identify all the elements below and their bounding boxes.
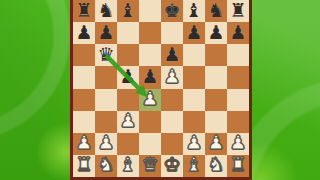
piece-black-knight: ♞ bbox=[97, 1, 114, 20]
piece-black-bishop: ♝ bbox=[185, 1, 202, 20]
square-b7[interactable]: ♟ bbox=[95, 22, 117, 44]
piece-black-pawn: ♟ bbox=[97, 23, 114, 42]
thumbnail-background: ♜♞♝♚♝♞♜♟♟♟♟♟♛♟♟♟♟♟♟♟♟♟♟♟♜♞♝♛♚♝♞♜ bbox=[0, 0, 320, 180]
square-b6[interactable]: ♛ bbox=[95, 44, 117, 66]
square-f4[interactable] bbox=[183, 89, 205, 111]
square-d8[interactable] bbox=[139, 0, 161, 22]
square-g8[interactable]: ♞ bbox=[205, 0, 227, 22]
square-a8[interactable]: ♜ bbox=[73, 0, 95, 22]
square-b5[interactable] bbox=[95, 66, 117, 88]
square-c6[interactable] bbox=[117, 44, 139, 66]
square-f1[interactable]: ♝ bbox=[183, 155, 205, 177]
piece-white-queen: ♛ bbox=[141, 155, 158, 174]
square-b2[interactable]: ♟ bbox=[95, 133, 117, 155]
square-e2[interactable] bbox=[161, 133, 183, 155]
piece-white-bishop: ♝ bbox=[185, 155, 202, 174]
square-g5[interactable] bbox=[205, 66, 227, 88]
square-f5[interactable] bbox=[183, 66, 205, 88]
piece-white-knight: ♞ bbox=[97, 155, 114, 174]
square-c3[interactable]: ♟ bbox=[117, 111, 139, 133]
piece-black-pawn: ♟ bbox=[141, 67, 158, 86]
square-c2[interactable] bbox=[117, 133, 139, 155]
square-b1[interactable]: ♞ bbox=[95, 155, 117, 177]
piece-black-pawn: ♟ bbox=[185, 23, 202, 42]
square-b8[interactable]: ♞ bbox=[95, 0, 117, 22]
piece-black-rook: ♜ bbox=[75, 1, 92, 20]
square-d2[interactable] bbox=[139, 133, 161, 155]
square-f8[interactable]: ♝ bbox=[183, 0, 205, 22]
piece-white-pawn: ♟ bbox=[163, 67, 180, 86]
square-e1[interactable]: ♚ bbox=[161, 155, 183, 177]
piece-white-rook: ♜ bbox=[75, 155, 92, 174]
square-d6[interactable] bbox=[139, 44, 161, 66]
piece-white-rook: ♜ bbox=[229, 155, 246, 174]
piece-white-pawn: ♟ bbox=[185, 133, 202, 152]
square-b4[interactable] bbox=[95, 89, 117, 111]
chess-board: ♜♞♝♚♝♞♜♟♟♟♟♟♛♟♟♟♟♟♟♟♟♟♟♟♜♞♝♛♚♝♞♜ bbox=[70, 0, 252, 180]
square-d4[interactable]: ♟ bbox=[139, 89, 161, 111]
square-e8[interactable]: ♚ bbox=[161, 0, 183, 22]
square-g1[interactable]: ♞ bbox=[205, 155, 227, 177]
square-h2[interactable]: ♟ bbox=[227, 133, 249, 155]
square-g4[interactable] bbox=[205, 89, 227, 111]
square-e6[interactable]: ♟ bbox=[161, 44, 183, 66]
square-g7[interactable]: ♟ bbox=[205, 22, 227, 44]
square-c4[interactable] bbox=[117, 89, 139, 111]
square-d5[interactable]: ♟ bbox=[139, 66, 161, 88]
square-e7[interactable] bbox=[161, 22, 183, 44]
piece-white-bishop: ♝ bbox=[119, 155, 136, 174]
piece-white-pawn: ♟ bbox=[207, 133, 224, 152]
square-d1[interactable]: ♛ bbox=[139, 155, 161, 177]
square-e4[interactable] bbox=[161, 89, 183, 111]
square-e3[interactable] bbox=[161, 111, 183, 133]
square-d3[interactable] bbox=[139, 111, 161, 133]
square-c7[interactable] bbox=[117, 22, 139, 44]
piece-black-queen: ♛ bbox=[97, 45, 114, 64]
piece-white-pawn: ♟ bbox=[75, 133, 92, 152]
piece-white-pawn: ♟ bbox=[141, 89, 158, 108]
piece-white-pawn: ♟ bbox=[97, 133, 114, 152]
piece-black-pawn: ♟ bbox=[207, 23, 224, 42]
square-a6[interactable] bbox=[73, 44, 95, 66]
square-a4[interactable] bbox=[73, 89, 95, 111]
square-h4[interactable] bbox=[227, 89, 249, 111]
square-h5[interactable] bbox=[227, 66, 249, 88]
square-a2[interactable]: ♟ bbox=[73, 133, 95, 155]
piece-white-pawn: ♟ bbox=[119, 111, 136, 130]
piece-black-king: ♚ bbox=[163, 1, 180, 20]
square-f3[interactable] bbox=[183, 111, 205, 133]
piece-white-pawn: ♟ bbox=[229, 133, 246, 152]
square-b3[interactable] bbox=[95, 111, 117, 133]
board-grid: ♜♞♝♚♝♞♜♟♟♟♟♟♛♟♟♟♟♟♟♟♟♟♟♟♜♞♝♛♚♝♞♜ bbox=[73, 0, 249, 177]
piece-black-rook: ♜ bbox=[229, 1, 246, 20]
piece-black-pawn: ♟ bbox=[119, 67, 136, 86]
square-a5[interactable] bbox=[73, 66, 95, 88]
square-h6[interactable] bbox=[227, 44, 249, 66]
square-h1[interactable]: ♜ bbox=[227, 155, 249, 177]
square-a7[interactable]: ♟ bbox=[73, 22, 95, 44]
square-g3[interactable] bbox=[205, 111, 227, 133]
piece-black-knight: ♞ bbox=[207, 1, 224, 20]
square-a3[interactable] bbox=[73, 111, 95, 133]
square-g2[interactable]: ♟ bbox=[205, 133, 227, 155]
square-d7[interactable] bbox=[139, 22, 161, 44]
piece-black-pawn: ♟ bbox=[229, 23, 246, 42]
square-h3[interactable] bbox=[227, 111, 249, 133]
square-c8[interactable]: ♝ bbox=[117, 0, 139, 22]
square-g6[interactable] bbox=[205, 44, 227, 66]
piece-white-king: ♚ bbox=[163, 155, 180, 174]
square-a1[interactable]: ♜ bbox=[73, 155, 95, 177]
square-c5[interactable]: ♟ bbox=[117, 66, 139, 88]
piece-white-knight: ♞ bbox=[207, 155, 224, 174]
square-f6[interactable] bbox=[183, 44, 205, 66]
piece-black-bishop: ♝ bbox=[119, 1, 136, 20]
square-h7[interactable]: ♟ bbox=[227, 22, 249, 44]
square-e5[interactable]: ♟ bbox=[161, 66, 183, 88]
square-c1[interactable]: ♝ bbox=[117, 155, 139, 177]
piece-black-pawn: ♟ bbox=[163, 45, 180, 64]
piece-black-pawn: ♟ bbox=[75, 23, 92, 42]
square-f7[interactable]: ♟ bbox=[183, 22, 205, 44]
square-h8[interactable]: ♜ bbox=[227, 0, 249, 22]
square-f2[interactable]: ♟ bbox=[183, 133, 205, 155]
